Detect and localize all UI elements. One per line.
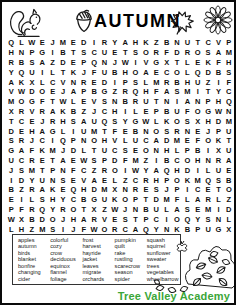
- grid-cell: B: [141, 205, 151, 215]
- grid-cell: N: [120, 185, 130, 195]
- grid-cell: B: [161, 38, 171, 48]
- grid-cell: W: [110, 205, 120, 215]
- grid-cell: J: [58, 214, 68, 224]
- grid-cell: I: [172, 97, 182, 107]
- grid-cell: N: [203, 156, 213, 166]
- grid-cell: G: [99, 87, 109, 97]
- grid-cell: D: [151, 195, 161, 205]
- grid-cell: E: [37, 38, 47, 48]
- grid-cell: J: [58, 146, 68, 156]
- grid-cell: R: [151, 48, 161, 58]
- grid-cell: E: [68, 175, 78, 185]
- grid-cell: Q: [89, 58, 99, 68]
- grid-cell: U: [79, 126, 89, 136]
- grid-cell: T: [37, 165, 47, 175]
- grid-cell: T: [213, 185, 223, 195]
- grid-cell: P: [99, 156, 109, 166]
- grid-cell: T: [68, 48, 78, 58]
- grid-cell: U: [172, 107, 182, 117]
- grid-cell: U: [224, 146, 234, 156]
- grid-cell: U: [213, 165, 223, 175]
- grid-cell: T: [6, 116, 16, 126]
- acorn-icon: [74, 8, 94, 34]
- grid-cell: D: [16, 175, 26, 185]
- grid-cell: O: [141, 146, 151, 156]
- grid-cell: T: [120, 48, 130, 58]
- grid-cell: L: [182, 195, 192, 205]
- grid-cell: B: [79, 195, 89, 205]
- grid-cell: X: [193, 116, 203, 126]
- grid-cell: T: [99, 126, 109, 136]
- grid-cell: U: [99, 48, 109, 58]
- grid-cell: Z: [79, 107, 89, 117]
- grid-cell: I: [120, 107, 130, 117]
- grid-cell: N: [161, 97, 171, 107]
- grid-cell: V: [141, 58, 151, 68]
- grid-cell: I: [151, 156, 161, 166]
- grid-cell: V: [27, 107, 37, 117]
- grid-cell: H: [110, 107, 120, 117]
- grid-cell: O: [151, 126, 161, 136]
- grid-cell: G: [130, 116, 140, 126]
- grid-cell: L: [182, 58, 192, 68]
- grid-cell: W: [6, 214, 16, 224]
- grid-cell: C: [203, 38, 213, 48]
- grid-cell: R: [47, 116, 57, 126]
- grid-cell: T: [47, 97, 57, 107]
- grid-cell: B: [16, 58, 26, 68]
- grid-cell: S: [182, 205, 192, 215]
- grid-cell: Y: [120, 116, 130, 126]
- grid-cell: J: [89, 107, 99, 117]
- grid-cell: U: [6, 156, 16, 166]
- grid-cell: K: [182, 175, 192, 185]
- grid-cell: X: [161, 58, 171, 68]
- grid-cell: D: [213, 116, 223, 126]
- grid-cell: A: [151, 136, 161, 146]
- grid-cell: F: [89, 67, 99, 77]
- grid-cell: H: [27, 126, 37, 136]
- grid-cell: H: [68, 214, 78, 224]
- grid-cell: P: [79, 87, 89, 97]
- grid-cell: K: [161, 116, 171, 126]
- grid-cell: S: [37, 195, 47, 205]
- word-list-item: cider: [18, 276, 50, 282]
- grid-cell: B: [172, 77, 182, 87]
- grid-cell: Q: [203, 175, 213, 185]
- grid-cell: K: [16, 77, 26, 87]
- grid-cell: O: [110, 165, 120, 175]
- grid-cell: H: [172, 165, 182, 175]
- grid-cell: L: [79, 146, 89, 156]
- grid-cell: R: [130, 185, 140, 195]
- grid-cell: W: [120, 58, 130, 68]
- grid-cell: H: [16, 224, 26, 234]
- grid-cell: Y: [213, 87, 223, 97]
- grid-cell: Z: [99, 205, 109, 215]
- grid-cell: H: [79, 185, 89, 195]
- grid-cell: A: [89, 175, 99, 185]
- grid-cell: J: [6, 165, 16, 175]
- grid-cell: L: [27, 195, 37, 205]
- grid-cell: M: [99, 185, 109, 195]
- grid-cell: N: [182, 126, 192, 136]
- grid-cell: T: [58, 67, 68, 77]
- grid-cell: S: [203, 48, 213, 58]
- grid-cell: H: [47, 195, 57, 205]
- grid-cell: D: [161, 136, 171, 146]
- worksheet-page: AUTUMN QLWEJMEDIRYAHKZBNUTCVPHNPGIBTSCUE…: [0, 0, 236, 305]
- grid-cell: L: [182, 67, 192, 77]
- grid-cell: U: [99, 146, 109, 156]
- grid-cell: O: [203, 136, 213, 146]
- grid-cell: S: [110, 116, 120, 126]
- grid-cell: O: [182, 156, 192, 166]
- grid-cell: L: [213, 195, 223, 205]
- grid-cell: W: [16, 87, 26, 97]
- grid-cell: E: [224, 165, 234, 175]
- grid-cell: D: [224, 205, 234, 215]
- grid-cell: C: [120, 224, 130, 234]
- grid-cell: P: [161, 175, 171, 185]
- grid-cell: C: [224, 87, 234, 97]
- grid-cell: A: [58, 156, 68, 166]
- grid-cell: A: [37, 126, 47, 136]
- grid-cell: T: [172, 58, 182, 68]
- grid-cell: C: [141, 136, 151, 146]
- grid-cell: Y: [6, 67, 16, 77]
- grid-cell: M: [37, 224, 47, 234]
- grid-cell: V: [99, 214, 109, 224]
- grid-cell: F: [37, 97, 47, 107]
- grid-cell: M: [151, 77, 161, 87]
- grid-cell: G: [6, 146, 16, 156]
- grid-cell: P: [130, 195, 140, 205]
- grid-cell: E: [110, 214, 120, 224]
- grid-cell: L: [16, 38, 26, 48]
- grid-cell: Z: [141, 156, 151, 166]
- grid-cell: K: [110, 195, 120, 205]
- grid-cell: A: [224, 156, 234, 166]
- grid-cell: H: [213, 97, 223, 107]
- grid-cell: M: [58, 38, 68, 48]
- grid-cell: D: [203, 67, 213, 77]
- grid-cell: F: [27, 146, 37, 156]
- grid-cell: Q: [16, 67, 26, 77]
- grid-cell: O: [172, 116, 182, 126]
- grid-cell: E: [110, 48, 120, 58]
- grid-cell: E: [193, 58, 203, 68]
- grid-cell: A: [193, 195, 203, 205]
- grid-cell: N: [47, 175, 57, 185]
- grid-cell: N: [110, 97, 120, 107]
- grid-cell: Z: [89, 165, 99, 175]
- grid-cell: Z: [120, 175, 130, 185]
- grid-cell: Z: [27, 224, 37, 234]
- grid-cell: E: [27, 116, 37, 126]
- grid-cell: O: [130, 67, 140, 77]
- grid-cell: E: [203, 185, 213, 195]
- grid-cell: P: [68, 136, 78, 146]
- grid-cell: I: [37, 67, 47, 77]
- grid-cell: U: [151, 205, 161, 215]
- grid-cell: C: [79, 165, 89, 175]
- grid-cell: N: [99, 58, 109, 68]
- grid-cell: A: [37, 185, 47, 195]
- grid-cell: L: [130, 107, 140, 117]
- grid-cell: R: [27, 156, 37, 166]
- grid-cell: C: [89, 48, 99, 58]
- grid-cell: D: [172, 48, 182, 58]
- grid-cell: Q: [6, 38, 16, 48]
- grid-cell: U: [193, 77, 203, 87]
- grid-cell: W: [130, 165, 140, 175]
- grid-cell: C: [193, 185, 203, 195]
- grid-cell: W: [27, 38, 37, 48]
- grid-cell: B: [161, 156, 171, 166]
- grid-cell: A: [6, 77, 16, 87]
- grid-cell: R: [89, 214, 99, 224]
- grid-cell: E: [58, 185, 68, 195]
- grid-cell: R: [213, 156, 223, 166]
- grid-cell: I: [47, 136, 57, 146]
- grid-cell: Z: [224, 195, 234, 205]
- grid-cell: P: [213, 126, 223, 136]
- grid-cell: G: [89, 195, 99, 205]
- grid-cell: K: [203, 58, 213, 68]
- grid-cell: R: [16, 107, 26, 117]
- grid-cell: P: [141, 214, 151, 224]
- grid-cell: Q: [99, 116, 109, 126]
- grid-cell: J: [68, 224, 78, 234]
- grid-cell: U: [99, 195, 109, 205]
- grid-cell: C: [172, 156, 182, 166]
- grid-cell: U: [89, 116, 99, 126]
- grid-cell: X: [27, 77, 37, 87]
- grid-cell: A: [16, 146, 26, 156]
- grid-cell: H: [58, 116, 68, 126]
- grid-cell: R: [79, 77, 89, 87]
- grid-cell: P: [182, 146, 192, 156]
- grid-cell: M: [161, 195, 171, 205]
- grid-cell: E: [68, 156, 78, 166]
- grid-cell: B: [89, 87, 99, 97]
- grid-cell: D: [27, 87, 37, 97]
- grid-cell: O: [47, 214, 57, 224]
- grid-cell: M: [182, 87, 192, 97]
- grid-cell: C: [16, 116, 26, 126]
- grid-cell: U: [141, 97, 151, 107]
- grid-cell: S: [16, 165, 26, 175]
- grid-cell: R: [16, 136, 26, 146]
- grid-cell: R: [130, 97, 140, 107]
- grid-cell: M: [224, 48, 234, 58]
- grid-cell: E: [68, 38, 78, 48]
- grid-cell: R: [99, 38, 109, 48]
- grid-cell: H: [203, 116, 213, 126]
- grid-cell: P: [151, 107, 161, 117]
- grid-cell: A: [47, 107, 57, 117]
- grid-cell: P: [203, 97, 213, 107]
- grid-cell: C: [16, 156, 26, 166]
- grid-cell: C: [47, 77, 57, 87]
- grid-cell: E: [182, 136, 192, 146]
- grid-cell: U: [224, 126, 234, 136]
- grid-cell: T: [193, 38, 203, 48]
- grid-cell: P: [120, 77, 130, 87]
- grid-cell: R: [161, 77, 171, 87]
- grid-cell: D: [79, 38, 89, 48]
- grid-cell: J: [161, 185, 171, 195]
- grid-cell: E: [120, 126, 130, 136]
- grid-cell: O: [37, 87, 47, 97]
- grid-cell: I: [6, 175, 16, 185]
- grid-cell: R: [27, 205, 37, 215]
- leaf-pile-icon: [152, 220, 236, 294]
- grid-cell: F: [151, 87, 161, 97]
- grid-cell: S: [27, 58, 37, 68]
- grid-cell: G: [151, 58, 161, 68]
- grid-cell: F: [172, 195, 182, 205]
- grid-cell: A: [182, 97, 192, 107]
- grid-cell: J: [37, 116, 47, 126]
- grid-cell: P: [47, 165, 57, 175]
- grid-cell: T: [89, 146, 99, 156]
- grid-cell: J: [120, 205, 130, 215]
- grid-cell: A: [79, 116, 89, 126]
- grid-cell: L: [68, 97, 78, 107]
- grid-cell: R: [141, 175, 151, 185]
- grid-cell: L: [203, 165, 213, 175]
- grid-cell: J: [79, 67, 89, 77]
- grid-cell: T: [151, 97, 161, 107]
- grid-cell: W: [141, 116, 151, 126]
- grid-cell: V: [213, 38, 223, 48]
- grid-cell: H: [224, 58, 234, 68]
- grid-cell: S: [130, 77, 140, 87]
- grid-cell: N: [130, 205, 140, 215]
- letter-grid: QLWEJMEDIRYAHKZBNUTCVPHNPGIBTSCUETSORFDR…: [6, 38, 234, 234]
- grid-cell: M: [193, 175, 203, 185]
- grid-cell: S: [58, 175, 68, 185]
- grid-cell: Y: [110, 38, 120, 48]
- grid-cell: N: [68, 77, 78, 87]
- grid-cell: I: [47, 48, 57, 58]
- grid-cell: U: [130, 136, 140, 146]
- grid-cell: E: [193, 205, 203, 215]
- grid-cell: O: [193, 48, 203, 58]
- grid-cell: V: [79, 175, 89, 185]
- grid-cell: K: [68, 67, 78, 77]
- grid-cell: B: [161, 107, 171, 117]
- grid-cell: E: [130, 146, 140, 156]
- grid-cell: L: [161, 205, 171, 215]
- grid-cell: C: [99, 107, 109, 117]
- grid-cell: M: [172, 136, 182, 146]
- grid-cell: F: [79, 224, 89, 234]
- maple-leaf-icon: [165, 5, 198, 40]
- grid-cell: E: [6, 195, 16, 205]
- grid-cell: I: [89, 38, 99, 48]
- grid-cell: Y: [141, 165, 151, 175]
- grid-cell: V: [110, 136, 120, 146]
- grid-cell: O: [89, 136, 99, 146]
- grid-cell: D: [89, 185, 99, 195]
- grid-cell: B: [224, 175, 234, 185]
- grid-cell: F: [182, 107, 192, 117]
- grid-cell: W: [58, 97, 68, 107]
- grid-cell: S: [6, 136, 16, 146]
- grid-cell: B: [110, 67, 120, 77]
- grid-cell: E: [89, 77, 99, 87]
- grid-cell: O: [141, 48, 151, 58]
- grid-cell: N: [172, 38, 182, 48]
- grid-cell: Q: [193, 67, 203, 77]
- grid-cell: A: [151, 165, 161, 175]
- grid-cell: E: [99, 175, 109, 185]
- grid-cell: S: [130, 48, 140, 58]
- grid-cell: L: [47, 67, 57, 77]
- grid-cell: B: [130, 126, 140, 136]
- grid-cell: Q: [37, 205, 47, 215]
- squirrel-icon: [6, 6, 46, 39]
- grid-cell: A: [161, 87, 171, 97]
- grid-cell: S: [161, 126, 171, 136]
- grid-cell: N: [224, 107, 234, 117]
- word-list-item: foliage: [50, 276, 82, 282]
- grid-cell: L: [110, 175, 120, 185]
- grid-cell: B: [213, 67, 223, 77]
- grid-cell: F: [193, 136, 203, 146]
- grid-cell: U: [27, 67, 37, 77]
- grid-cell: N: [16, 48, 26, 58]
- grid-cell: B: [120, 97, 130, 107]
- grid-cell: A: [213, 48, 223, 58]
- grid-cell: Z: [47, 58, 57, 68]
- grid-cell: R: [120, 87, 130, 97]
- grid-cell: F: [120, 156, 130, 166]
- grid-cell: R: [58, 205, 68, 215]
- grid-cell: Q: [58, 136, 68, 146]
- grid-cell: O: [172, 67, 182, 77]
- grid-cell: Y: [27, 175, 37, 185]
- grid-cell: D: [58, 58, 68, 68]
- grid-cell: D: [68, 146, 78, 156]
- grid-cell: Z: [203, 77, 213, 87]
- grid-cell: F: [224, 77, 234, 87]
- grid-cell: L: [58, 126, 68, 136]
- grid-cell: I: [68, 126, 78, 136]
- grid-cell: E: [37, 156, 47, 166]
- grid-cell: Y: [47, 205, 57, 215]
- grid-cell: E: [141, 185, 151, 195]
- grid-cell: H: [161, 146, 171, 156]
- grid-cell: H: [130, 38, 140, 48]
- mum-flower-icon: [203, 5, 233, 35]
- grid-cell: A: [141, 67, 151, 77]
- grid-cell: J: [27, 136, 37, 146]
- grid-cell: V: [58, 77, 68, 87]
- grid-cell: H: [193, 156, 203, 166]
- grid-cell: I: [203, 146, 213, 156]
- grid-cell: Q: [224, 97, 234, 107]
- grid-cell: O: [68, 205, 78, 215]
- grid-cell: D: [99, 77, 109, 87]
- grid-cell: M: [89, 126, 99, 136]
- grid-cell: U: [182, 38, 192, 48]
- grid-cell: S: [89, 156, 99, 166]
- grid-cell: M: [130, 156, 140, 166]
